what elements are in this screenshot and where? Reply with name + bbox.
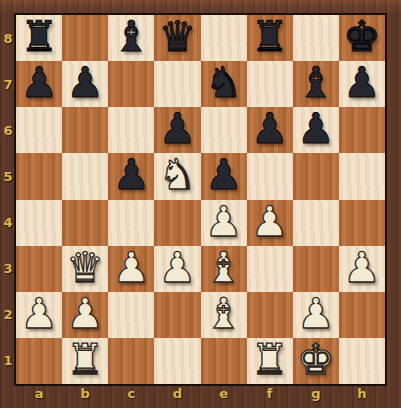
black-pawn[interactable]: ♟ (297, 108, 335, 150)
square-d5[interactable]: ♞ (154, 153, 200, 199)
square-b7[interactable]: ♟ (62, 61, 108, 107)
white-queen[interactable]: ♛ (66, 247, 104, 289)
file-label-a: a (16, 383, 62, 404)
square-b5[interactable] (62, 153, 108, 199)
square-b4[interactable] (62, 200, 108, 246)
square-d2[interactable] (154, 292, 200, 338)
white-king[interactable]: ♚ (297, 339, 335, 381)
white-bishop[interactable]: ♝ (205, 293, 243, 335)
black-bishop[interactable]: ♝ (297, 62, 335, 104)
file-label-d: d (154, 383, 200, 404)
square-a2[interactable]: ♟ (16, 292, 62, 338)
square-f1[interactable]: ♜ (247, 338, 293, 384)
black-pawn[interactable]: ♟ (343, 62, 381, 104)
black-rook[interactable]: ♜ (20, 16, 58, 58)
black-pawn[interactable]: ♟ (205, 154, 243, 196)
square-h3[interactable]: ♟ (339, 246, 385, 292)
square-h1[interactable] (339, 338, 385, 384)
square-b8[interactable] (62, 15, 108, 61)
square-f5[interactable] (247, 153, 293, 199)
rank-label-4: 4 (0, 200, 16, 246)
board-outline: ♜♝♛♜♚♟♟♞♝♟♟♟♟♟♞♟♟♟♛♟♟♝♟♟♟♝♟♜♜♚ (16, 15, 385, 384)
square-g2[interactable]: ♟ (293, 292, 339, 338)
square-f4[interactable]: ♟ (247, 200, 293, 246)
square-e3[interactable]: ♝ (201, 246, 247, 292)
square-f7[interactable] (247, 61, 293, 107)
white-rook[interactable]: ♜ (66, 339, 104, 381)
square-a4[interactable] (16, 200, 62, 246)
square-h2[interactable] (339, 292, 385, 338)
square-d1[interactable] (154, 338, 200, 384)
square-b3[interactable]: ♛ (62, 246, 108, 292)
black-pawn[interactable]: ♟ (66, 62, 104, 104)
white-pawn[interactable]: ♟ (159, 247, 197, 289)
file-label-c: c (108, 383, 154, 404)
square-b1[interactable]: ♜ (62, 338, 108, 384)
rank-label-5: 5 (0, 153, 16, 199)
square-f3[interactable] (247, 246, 293, 292)
square-c8[interactable]: ♝ (108, 15, 154, 61)
square-e6[interactable] (201, 107, 247, 153)
square-d6[interactable]: ♟ (154, 107, 200, 153)
square-b2[interactable]: ♟ (62, 292, 108, 338)
square-d3[interactable]: ♟ (154, 246, 200, 292)
square-g5[interactable] (293, 153, 339, 199)
square-g8[interactable] (293, 15, 339, 61)
rank-labels: 87654321 (0, 15, 16, 384)
square-g1[interactable]: ♚ (293, 338, 339, 384)
black-pawn[interactable]: ♟ (112, 154, 150, 196)
square-e7[interactable]: ♞ (201, 61, 247, 107)
file-label-b: b (62, 383, 108, 404)
square-c6[interactable] (108, 107, 154, 153)
white-rook[interactable]: ♜ (251, 339, 289, 381)
white-knight[interactable]: ♞ (159, 154, 197, 196)
square-c2[interactable] (108, 292, 154, 338)
square-h4[interactable] (339, 200, 385, 246)
rank-label-6: 6 (0, 107, 16, 153)
square-e4[interactable]: ♟ (201, 200, 247, 246)
square-a1[interactable] (16, 338, 62, 384)
white-pawn[interactable]: ♟ (251, 201, 289, 243)
square-c4[interactable] (108, 200, 154, 246)
square-h8[interactable]: ♚ (339, 15, 385, 61)
rank-label-3: 3 (0, 246, 16, 292)
square-e2[interactable]: ♝ (201, 292, 247, 338)
rank-label-1: 1 (0, 338, 16, 384)
square-a8[interactable]: ♜ (16, 15, 62, 61)
black-knight[interactable]: ♞ (205, 62, 243, 104)
chess-board: ♜♝♛♜♚♟♟♞♝♟♟♟♟♟♞♟♟♟♛♟♟♝♟♟♟♝♟♜♜♚ (16, 15, 385, 384)
black-pawn[interactable]: ♟ (159, 108, 197, 150)
square-h7[interactable]: ♟ (339, 61, 385, 107)
square-e5[interactable]: ♟ (201, 153, 247, 199)
white-pawn[interactable]: ♟ (343, 247, 381, 289)
square-a6[interactable] (16, 107, 62, 153)
black-king[interactable]: ♚ (343, 16, 381, 58)
file-labels: abcdefgh (16, 383, 385, 404)
square-g6[interactable]: ♟ (293, 107, 339, 153)
file-label-f: f (247, 383, 293, 404)
square-e8[interactable] (201, 15, 247, 61)
file-label-e: e (201, 383, 247, 404)
square-a5[interactable] (16, 153, 62, 199)
square-a7[interactable]: ♟ (16, 61, 62, 107)
black-queen[interactable]: ♛ (159, 16, 197, 58)
rank-label-7: 7 (0, 61, 16, 107)
black-bishop[interactable]: ♝ (112, 16, 150, 58)
square-e1[interactable] (201, 338, 247, 384)
square-h5[interactable] (339, 153, 385, 199)
square-b6[interactable] (62, 107, 108, 153)
white-bishop[interactable]: ♝ (205, 247, 243, 289)
black-pawn[interactable]: ♟ (251, 108, 289, 150)
square-f6[interactable]: ♟ (247, 107, 293, 153)
square-h6[interactable] (339, 107, 385, 153)
board-frame: 87654321 abcdefgh ♜♝♛♜♚♟♟♞♝♟♟♟♟♟♞♟♟♟♛♟♟♝… (0, 0, 401, 408)
square-c5[interactable]: ♟ (108, 153, 154, 199)
square-g7[interactable]: ♝ (293, 61, 339, 107)
square-d8[interactable]: ♛ (154, 15, 200, 61)
black-rook[interactable]: ♜ (251, 16, 289, 58)
rank-label-2: 2 (0, 292, 16, 338)
rank-label-8: 8 (0, 15, 16, 61)
square-d4[interactable] (154, 200, 200, 246)
white-pawn[interactable]: ♟ (20, 293, 58, 335)
square-g3[interactable] (293, 246, 339, 292)
square-c1[interactable] (108, 338, 154, 384)
square-g4[interactable] (293, 200, 339, 246)
square-c7[interactable] (108, 61, 154, 107)
square-d7[interactable] (154, 61, 200, 107)
square-f2[interactable] (247, 292, 293, 338)
square-a3[interactable] (16, 246, 62, 292)
square-f8[interactable]: ♜ (247, 15, 293, 61)
white-pawn[interactable]: ♟ (205, 201, 243, 243)
square-c3[interactable]: ♟ (108, 246, 154, 292)
white-pawn[interactable]: ♟ (297, 293, 335, 335)
white-pawn[interactable]: ♟ (112, 247, 150, 289)
file-label-h: h (339, 383, 385, 404)
black-pawn[interactable]: ♟ (20, 62, 58, 104)
white-pawn[interactable]: ♟ (66, 293, 104, 335)
file-label-g: g (293, 383, 339, 404)
